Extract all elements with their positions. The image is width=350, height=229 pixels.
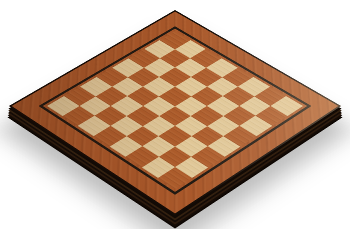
board-photo (0, 0, 350, 229)
chess-board (9, 10, 341, 215)
playing-field (47, 31, 303, 189)
